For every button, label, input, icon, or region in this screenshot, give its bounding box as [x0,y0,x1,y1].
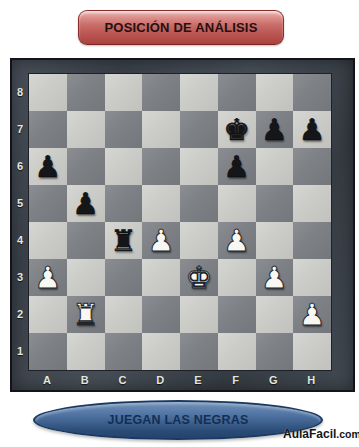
rank-labels: 87654321 [12,73,28,369]
square-f2[interactable] [218,296,256,333]
square-a3[interactable]: ♟ [29,259,67,296]
square-b7[interactable] [67,111,105,148]
file-label-f: F [217,370,255,389]
file-label-g: G [255,370,293,389]
board-squares: ♚♟♟♟♟♟♜♟♟♟♚♟♜♟ [28,73,332,371]
white-king-e3[interactable]: ♚ [180,259,218,296]
square-a1[interactable] [29,333,67,370]
file-label-d: D [141,370,179,389]
turn-indicator-label: JUEGAN LAS NEGRAS [108,413,249,427]
square-h3[interactable] [293,259,331,296]
white-pawn-g3[interactable]: ♟ [256,259,294,296]
square-h4[interactable] [293,222,331,259]
square-c2[interactable] [105,296,143,333]
analysis-title-banner: POSICIÓN DE ANÁLISIS [78,10,284,45]
square-g8[interactable] [256,74,294,111]
square-d1[interactable] [142,333,180,370]
square-b8[interactable] [67,74,105,111]
black-pawn-f6[interactable]: ♟ [218,148,256,185]
square-c3[interactable] [105,259,143,296]
square-b5[interactable]: ♟ [67,185,105,222]
square-e3[interactable]: ♚ [180,259,218,296]
square-a7[interactable] [29,111,67,148]
square-c1[interactable] [105,333,143,370]
file-label-c: C [104,370,142,389]
square-g5[interactable] [256,185,294,222]
square-f4[interactable]: ♟ [218,222,256,259]
square-b2[interactable]: ♜ [67,296,105,333]
square-c7[interactable] [105,111,143,148]
file-labels: ABCDEFGH [28,370,330,389]
square-d3[interactable] [142,259,180,296]
square-d8[interactable] [142,74,180,111]
white-rook-b2[interactable]: ♜ [67,296,105,333]
square-b3[interactable] [67,259,105,296]
square-e4[interactable] [180,222,218,259]
square-c6[interactable] [105,148,143,185]
white-pawn-f4[interactable]: ♟ [218,222,256,259]
square-d5[interactable] [142,185,180,222]
black-pawn-h7[interactable]: ♟ [293,111,331,148]
square-e2[interactable] [180,296,218,333]
square-h8[interactable] [293,74,331,111]
file-label-h: H [292,370,330,389]
white-pawn-h2[interactable]: ♟ [293,296,331,333]
square-e5[interactable] [180,185,218,222]
square-g3[interactable]: ♟ [256,259,294,296]
square-g7[interactable]: ♟ [256,111,294,148]
site-watermark-suffix: .com [336,428,359,440]
square-c4[interactable]: ♜ [105,222,143,259]
square-g4[interactable] [256,222,294,259]
black-pawn-g7[interactable]: ♟ [256,111,294,148]
black-pawn-a6[interactable]: ♟ [29,148,67,185]
square-b6[interactable] [67,148,105,185]
turn-indicator-banner: JUEGAN LAS NEGRAS [33,400,323,440]
square-h2[interactable]: ♟ [293,296,331,333]
square-e6[interactable] [180,148,218,185]
square-a4[interactable] [29,222,67,259]
white-pawn-d4[interactable]: ♟ [142,222,180,259]
file-label-b: B [66,370,104,389]
rank-label-4: 4 [12,221,28,258]
square-e7[interactable] [180,111,218,148]
rank-label-3: 3 [12,258,28,295]
square-h6[interactable] [293,148,331,185]
black-king-f7[interactable]: ♚ [218,111,256,148]
rank-label-1: 1 [12,332,28,369]
square-f7[interactable]: ♚ [218,111,256,148]
square-g1[interactable] [256,333,294,370]
square-h5[interactable] [293,185,331,222]
file-label-e: E [179,370,217,389]
analysis-diagram: POSICIÓN DE ANÁLISIS 87654321 ♚♟♟♟♟♟♜♟♟♟… [0,0,359,447]
white-pawn-a3[interactable]: ♟ [29,259,67,296]
rank-label-7: 7 [12,110,28,147]
square-g2[interactable] [256,296,294,333]
square-h7[interactable]: ♟ [293,111,331,148]
black-pawn-b5[interactable]: ♟ [67,185,105,222]
square-c8[interactable] [105,74,143,111]
black-rook-c4[interactable]: ♜ [105,222,143,259]
square-e8[interactable] [180,74,218,111]
square-h1[interactable] [293,333,331,370]
square-b1[interactable] [67,333,105,370]
file-label-a: A [28,370,66,389]
square-c5[interactable] [105,185,143,222]
site-watermark: AulaFacil.com [283,424,359,442]
square-f8[interactable] [218,74,256,111]
analysis-title: POSICIÓN DE ANÁLISIS [104,20,257,35]
square-a5[interactable] [29,185,67,222]
square-f5[interactable] [218,185,256,222]
square-f1[interactable] [218,333,256,370]
square-b4[interactable] [67,222,105,259]
square-d4[interactable]: ♟ [142,222,180,259]
chess-board: 87654321 ♚♟♟♟♟♟♜♟♟♟♚♟♜♟ ABCDEFGH [10,58,355,392]
rank-label-6: 6 [12,147,28,184]
square-e1[interactable] [180,333,218,370]
square-g6[interactable] [256,148,294,185]
square-a2[interactable] [29,296,67,333]
square-f6[interactable]: ♟ [218,148,256,185]
square-a8[interactable] [29,74,67,111]
rank-label-2: 2 [12,295,28,332]
rank-label-5: 5 [12,184,28,221]
square-a6[interactable]: ♟ [29,148,67,185]
square-d2[interactable] [142,296,180,333]
site-watermark-name: AulaFacil [283,427,336,441]
square-d7[interactable] [142,111,180,148]
square-d6[interactable] [142,148,180,185]
square-f3[interactable] [218,259,256,296]
rank-label-8: 8 [12,73,28,110]
